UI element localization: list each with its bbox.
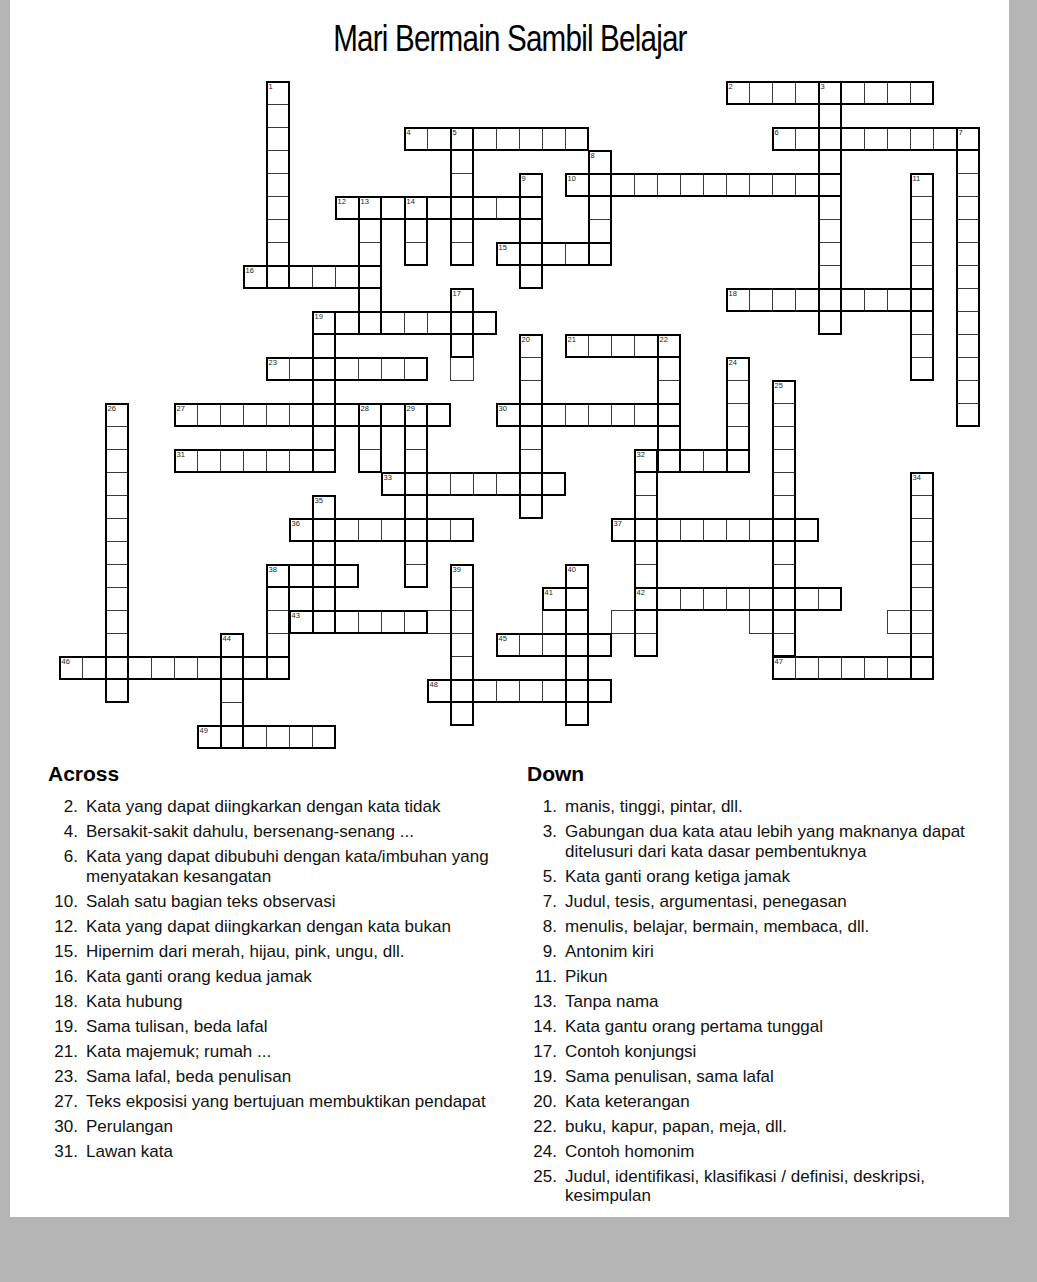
cell-r19c27[interactable] bbox=[680, 518, 704, 542]
cell-r12c13[interactable] bbox=[358, 357, 382, 381]
cell-r23c9[interactable] bbox=[266, 610, 290, 634]
cell-r10c33[interactable] bbox=[818, 311, 842, 335]
cell-r9c37[interactable] bbox=[910, 288, 934, 312]
cell-r2c39[interactable] bbox=[956, 127, 980, 151]
cell-r4c37[interactable] bbox=[910, 173, 934, 197]
cell-r11c22[interactable] bbox=[565, 334, 589, 358]
cell-r20c37[interactable] bbox=[910, 541, 934, 565]
cell-r14c23[interactable] bbox=[588, 403, 612, 427]
cell-r14c22[interactable] bbox=[565, 403, 589, 427]
cell-r18c15[interactable] bbox=[404, 495, 428, 519]
cell-r4c30[interactable] bbox=[749, 173, 773, 197]
cell-r2c22[interactable] bbox=[565, 127, 589, 151]
cell-r5c17[interactable] bbox=[450, 196, 474, 220]
cell-r14c12[interactable] bbox=[335, 403, 359, 427]
cell-r19c26[interactable] bbox=[657, 518, 681, 542]
cell-r9c13[interactable] bbox=[358, 288, 382, 312]
cell-r0c36[interactable] bbox=[887, 81, 911, 105]
cell-r15c2[interactable] bbox=[105, 426, 129, 450]
cell-r8c13[interactable] bbox=[358, 265, 382, 289]
cell-r25c31[interactable] bbox=[772, 656, 796, 680]
cell-r3c17[interactable] bbox=[450, 150, 474, 174]
cell-r19c29[interactable] bbox=[726, 518, 750, 542]
cell-r18c20[interactable] bbox=[519, 495, 543, 519]
cell-r25c2[interactable] bbox=[105, 656, 129, 680]
cell-r16c15[interactable] bbox=[404, 449, 428, 473]
cell-r24c2[interactable] bbox=[105, 633, 129, 657]
cell-r16c13[interactable] bbox=[358, 449, 382, 473]
cell-r15c20[interactable] bbox=[519, 426, 543, 450]
cell-r14c11[interactable] bbox=[312, 403, 336, 427]
cell-r10c37[interactable] bbox=[910, 311, 934, 335]
cell-r14c25[interactable] bbox=[634, 403, 658, 427]
cell-r3c9[interactable] bbox=[266, 150, 290, 174]
cell-r11c26[interactable] bbox=[657, 334, 681, 358]
cell-r2c31[interactable] bbox=[772, 127, 796, 151]
cell-r6c17[interactable] bbox=[450, 219, 474, 243]
cell-r3c39[interactable] bbox=[956, 150, 980, 174]
cell-r15c13[interactable] bbox=[358, 426, 382, 450]
cell-r12c11[interactable] bbox=[312, 357, 336, 381]
cell-r10c12[interactable] bbox=[335, 311, 359, 335]
cell-r12c9[interactable] bbox=[266, 357, 290, 381]
cell-r22c2[interactable] bbox=[105, 587, 129, 611]
cell-r5c13[interactable] bbox=[358, 196, 382, 220]
cell-r2c34[interactable] bbox=[841, 127, 865, 151]
cell-r17c14[interactable] bbox=[381, 472, 405, 496]
cell-r5c23[interactable] bbox=[588, 196, 612, 220]
cell-r25c34[interactable] bbox=[841, 656, 865, 680]
cell-r18c25[interactable] bbox=[634, 495, 658, 519]
cell-r4c27[interactable] bbox=[680, 173, 704, 197]
cell-r5c19[interactable] bbox=[496, 196, 520, 220]
cell-r21c22[interactable] bbox=[565, 564, 589, 588]
cell-r17c15[interactable] bbox=[404, 472, 428, 496]
cell-r16c28[interactable] bbox=[703, 449, 727, 473]
cell-r14c9[interactable] bbox=[266, 403, 290, 427]
cell-r17c25[interactable] bbox=[634, 472, 658, 496]
cell-r14c6[interactable] bbox=[197, 403, 221, 427]
cell-r14c5[interactable] bbox=[174, 403, 198, 427]
cell-r0c32[interactable] bbox=[795, 81, 819, 105]
cell-r4c17[interactable] bbox=[450, 173, 474, 197]
cell-r4c9[interactable] bbox=[266, 173, 290, 197]
cell-r13c31[interactable] bbox=[772, 380, 796, 404]
cell-r23c30[interactable] bbox=[749, 610, 773, 634]
cell-r25c33[interactable] bbox=[818, 656, 842, 680]
cell-r9c32[interactable] bbox=[795, 288, 819, 312]
cell-r5c20[interactable] bbox=[519, 196, 543, 220]
cell-r7c17[interactable] bbox=[450, 242, 474, 266]
cell-r0c30[interactable] bbox=[749, 81, 773, 105]
cell-r14c16[interactable] bbox=[427, 403, 451, 427]
cell-r25c8[interactable] bbox=[243, 656, 267, 680]
cell-r6c33[interactable] bbox=[818, 219, 842, 243]
cell-r23c36[interactable] bbox=[887, 610, 911, 634]
cell-r17c17[interactable] bbox=[450, 472, 474, 496]
cell-r17c20[interactable] bbox=[519, 472, 543, 496]
cell-r20c11[interactable] bbox=[312, 541, 336, 565]
cell-r19c10[interactable] bbox=[289, 518, 313, 542]
cell-r0c37[interactable] bbox=[910, 81, 934, 105]
cell-r14c13[interactable] bbox=[358, 403, 382, 427]
cell-r4c22[interactable] bbox=[565, 173, 589, 197]
cell-r21c31[interactable] bbox=[772, 564, 796, 588]
cell-r4c25[interactable] bbox=[634, 173, 658, 197]
cell-r9c35[interactable] bbox=[864, 288, 888, 312]
cell-r9c33[interactable] bbox=[818, 288, 842, 312]
cell-r5c39[interactable] bbox=[956, 196, 980, 220]
cell-r7c33[interactable] bbox=[818, 242, 842, 266]
cell-r17c18[interactable] bbox=[473, 472, 497, 496]
cell-r21c11[interactable] bbox=[312, 564, 336, 588]
cell-r24c25[interactable] bbox=[634, 633, 658, 657]
cell-r28c9[interactable] bbox=[266, 725, 290, 749]
cell-r15c26[interactable] bbox=[657, 426, 681, 450]
cell-r11c17[interactable] bbox=[450, 334, 474, 358]
cell-r9c29[interactable] bbox=[726, 288, 750, 312]
cell-r12c15[interactable] bbox=[404, 357, 428, 381]
cell-r7c37[interactable] bbox=[910, 242, 934, 266]
cell-r16c27[interactable] bbox=[680, 449, 704, 473]
cell-r4c24[interactable] bbox=[611, 173, 635, 197]
cell-r25c6[interactable] bbox=[197, 656, 221, 680]
cell-r19c12[interactable] bbox=[335, 518, 359, 542]
cell-r8c10[interactable] bbox=[289, 265, 313, 289]
cell-r14c8[interactable] bbox=[243, 403, 267, 427]
cell-r3c23[interactable] bbox=[588, 150, 612, 174]
cell-r17c16[interactable] bbox=[427, 472, 451, 496]
cell-r24c21[interactable] bbox=[542, 633, 566, 657]
cell-r15c29[interactable] bbox=[726, 426, 750, 450]
cell-r16c6[interactable] bbox=[197, 449, 221, 473]
cell-r25c36[interactable] bbox=[887, 656, 911, 680]
cell-r16c7[interactable] bbox=[220, 449, 244, 473]
cell-r7c20[interactable] bbox=[519, 242, 543, 266]
cell-r17c31[interactable] bbox=[772, 472, 796, 496]
cell-r23c10[interactable] bbox=[289, 610, 313, 634]
cell-r4c39[interactable] bbox=[956, 173, 980, 197]
cell-r17c19[interactable] bbox=[496, 472, 520, 496]
cell-r26c21[interactable] bbox=[542, 679, 566, 703]
cell-r22c27[interactable] bbox=[680, 587, 704, 611]
cell-r15c11[interactable] bbox=[312, 426, 336, 450]
cell-r11c25[interactable] bbox=[634, 334, 658, 358]
cell-r25c5[interactable] bbox=[174, 656, 198, 680]
cell-r26c2[interactable] bbox=[105, 679, 129, 703]
cell-r25c0[interactable] bbox=[59, 656, 83, 680]
cell-r4c28[interactable] bbox=[703, 173, 727, 197]
cell-r8c33[interactable] bbox=[818, 265, 842, 289]
cell-r28c8[interactable] bbox=[243, 725, 267, 749]
cell-r2c18[interactable] bbox=[473, 127, 497, 151]
cell-r16c5[interactable] bbox=[174, 449, 198, 473]
cell-r17c37[interactable] bbox=[910, 472, 934, 496]
cell-r26c20[interactable] bbox=[519, 679, 543, 703]
cell-r22c31[interactable] bbox=[772, 587, 796, 611]
cell-r28c10[interactable] bbox=[289, 725, 313, 749]
cell-r24c17[interactable] bbox=[450, 633, 474, 657]
cell-r20c25[interactable] bbox=[634, 541, 658, 565]
cell-r21c15[interactable] bbox=[404, 564, 428, 588]
cell-r0c29[interactable] bbox=[726, 81, 750, 105]
cell-r8c8[interactable] bbox=[243, 265, 267, 289]
cell-r12c26[interactable] bbox=[657, 357, 681, 381]
cell-r22c28[interactable] bbox=[703, 587, 727, 611]
cell-r13c11[interactable] bbox=[312, 380, 336, 404]
cell-r0c31[interactable] bbox=[772, 81, 796, 105]
cell-r25c3[interactable] bbox=[128, 656, 152, 680]
cell-r2c38[interactable] bbox=[933, 127, 957, 151]
cell-r10c16[interactable] bbox=[427, 311, 451, 335]
cell-r22c9[interactable] bbox=[266, 587, 290, 611]
cell-r25c9[interactable] bbox=[266, 656, 290, 680]
cell-r28c11[interactable] bbox=[312, 725, 336, 749]
cell-r10c18[interactable] bbox=[473, 311, 497, 335]
cell-r11c24[interactable] bbox=[611, 334, 635, 358]
cell-r5c15[interactable] bbox=[404, 196, 428, 220]
cell-r13c26[interactable] bbox=[657, 380, 681, 404]
cell-r16c8[interactable] bbox=[243, 449, 267, 473]
cell-r0c34[interactable] bbox=[841, 81, 865, 105]
cell-r9c39[interactable] bbox=[956, 288, 980, 312]
cell-r18c37[interactable] bbox=[910, 495, 934, 519]
cell-r22c32[interactable] bbox=[795, 587, 819, 611]
cell-r4c23[interactable] bbox=[588, 173, 612, 197]
cell-r21c12[interactable] bbox=[335, 564, 359, 588]
cell-r7c15[interactable] bbox=[404, 242, 428, 266]
cell-r19c17[interactable] bbox=[450, 518, 474, 542]
cell-r24c7[interactable] bbox=[220, 633, 244, 657]
cell-r2c36[interactable] bbox=[887, 127, 911, 151]
cell-r6c23[interactable] bbox=[588, 219, 612, 243]
cell-r25c17[interactable] bbox=[450, 656, 474, 680]
cell-r28c6[interactable] bbox=[197, 725, 221, 749]
cell-r21c25[interactable] bbox=[634, 564, 658, 588]
cell-r14c7[interactable] bbox=[220, 403, 244, 427]
cell-r22c22[interactable] bbox=[565, 587, 589, 611]
cell-r6c20[interactable] bbox=[519, 219, 543, 243]
cell-r26c19[interactable] bbox=[496, 679, 520, 703]
cell-r25c35[interactable] bbox=[864, 656, 888, 680]
cell-r9c36[interactable] bbox=[887, 288, 911, 312]
cell-r5c18[interactable] bbox=[473, 196, 497, 220]
cell-r14c29[interactable] bbox=[726, 403, 750, 427]
cell-r11c11[interactable] bbox=[312, 334, 336, 358]
cell-r8c12[interactable] bbox=[335, 265, 359, 289]
cell-r25c22[interactable] bbox=[565, 656, 589, 680]
cell-r4c26[interactable] bbox=[657, 173, 681, 197]
cell-r4c32[interactable] bbox=[795, 173, 819, 197]
cell-r18c2[interactable] bbox=[105, 495, 129, 519]
cell-r20c31[interactable] bbox=[772, 541, 796, 565]
cell-r8c20[interactable] bbox=[519, 265, 543, 289]
cell-r7c21[interactable] bbox=[542, 242, 566, 266]
cell-r14c19[interactable] bbox=[496, 403, 520, 427]
cell-r28c7[interactable] bbox=[220, 725, 244, 749]
cell-r8c37[interactable] bbox=[910, 265, 934, 289]
cell-r2c9[interactable] bbox=[266, 127, 290, 151]
cell-r2c21[interactable] bbox=[542, 127, 566, 151]
cell-r19c25[interactable] bbox=[634, 518, 658, 542]
cell-r23c11[interactable] bbox=[312, 610, 336, 634]
cell-r0c35[interactable] bbox=[864, 81, 888, 105]
cell-r19c37[interactable] bbox=[910, 518, 934, 542]
cell-r24c23[interactable] bbox=[588, 633, 612, 657]
cell-r14c14[interactable] bbox=[381, 403, 405, 427]
cell-r12c29[interactable] bbox=[726, 357, 750, 381]
cell-r26c17[interactable] bbox=[450, 679, 474, 703]
cell-r25c32[interactable] bbox=[795, 656, 819, 680]
cell-r8c11[interactable] bbox=[312, 265, 336, 289]
cell-r16c10[interactable] bbox=[289, 449, 313, 473]
cell-r10c14[interactable] bbox=[381, 311, 405, 335]
cell-r22c17[interactable] bbox=[450, 587, 474, 611]
cell-r16c25[interactable] bbox=[634, 449, 658, 473]
cell-r27c22[interactable] bbox=[565, 702, 589, 726]
cell-r4c29[interactable] bbox=[726, 173, 750, 197]
cell-r10c17[interactable] bbox=[450, 311, 474, 335]
cell-r25c4[interactable] bbox=[151, 656, 175, 680]
cell-r20c2[interactable] bbox=[105, 541, 129, 565]
cell-r19c28[interactable] bbox=[703, 518, 727, 542]
cell-r9c34[interactable] bbox=[841, 288, 865, 312]
cell-r14c21[interactable] bbox=[542, 403, 566, 427]
cell-r9c30[interactable] bbox=[749, 288, 773, 312]
cell-r6c13[interactable] bbox=[358, 219, 382, 243]
cell-r14c24[interactable] bbox=[611, 403, 635, 427]
cell-r27c7[interactable] bbox=[220, 702, 244, 726]
cell-r22c21[interactable] bbox=[542, 587, 566, 611]
cell-r7c23[interactable] bbox=[588, 242, 612, 266]
cell-r13c20[interactable] bbox=[519, 380, 543, 404]
cell-r15c31[interactable] bbox=[772, 426, 796, 450]
cell-r5c14[interactable] bbox=[381, 196, 405, 220]
cell-r14c26[interactable] bbox=[657, 403, 681, 427]
cell-r10c13[interactable] bbox=[358, 311, 382, 335]
cell-r26c18[interactable] bbox=[473, 679, 497, 703]
cell-r19c24[interactable] bbox=[611, 518, 635, 542]
cell-r2c20[interactable] bbox=[519, 127, 543, 151]
cell-r21c2[interactable] bbox=[105, 564, 129, 588]
cell-r12c14[interactable] bbox=[381, 357, 405, 381]
cell-r16c9[interactable] bbox=[266, 449, 290, 473]
cell-r10c11[interactable] bbox=[312, 311, 336, 335]
cell-r8c9[interactable] bbox=[266, 265, 290, 289]
cell-r14c20[interactable] bbox=[519, 403, 543, 427]
cell-r2c15[interactable] bbox=[404, 127, 428, 151]
cell-r6c9[interactable] bbox=[266, 219, 290, 243]
cell-r24c19[interactable] bbox=[496, 633, 520, 657]
cell-r10c39[interactable] bbox=[956, 311, 980, 335]
cell-r26c23[interactable] bbox=[588, 679, 612, 703]
cell-r12c10[interactable] bbox=[289, 357, 313, 381]
cell-r19c11[interactable] bbox=[312, 518, 336, 542]
cell-r21c9[interactable] bbox=[266, 564, 290, 588]
cell-r9c17[interactable] bbox=[450, 288, 474, 312]
cell-r24c37[interactable] bbox=[910, 633, 934, 657]
cell-r19c2[interactable] bbox=[105, 518, 129, 542]
cell-r12c39[interactable] bbox=[956, 357, 980, 381]
cell-r22c29[interactable] bbox=[726, 587, 750, 611]
cell-r2c16[interactable] bbox=[427, 127, 451, 151]
cell-r26c16[interactable] bbox=[427, 679, 451, 703]
cell-r5c16[interactable] bbox=[427, 196, 451, 220]
cell-r0c33[interactable] bbox=[818, 81, 842, 105]
cell-r14c2[interactable] bbox=[105, 403, 129, 427]
cell-r12c12[interactable] bbox=[335, 357, 359, 381]
cell-r19c13[interactable] bbox=[358, 518, 382, 542]
cell-r6c39[interactable] bbox=[956, 219, 980, 243]
cell-r25c37[interactable] bbox=[910, 656, 934, 680]
cell-r12c20[interactable] bbox=[519, 357, 543, 381]
cell-r18c11[interactable] bbox=[312, 495, 336, 519]
cell-r7c13[interactable] bbox=[358, 242, 382, 266]
cell-r19c16[interactable] bbox=[427, 518, 451, 542]
cell-r5c37[interactable] bbox=[910, 196, 934, 220]
cell-r2c33[interactable] bbox=[818, 127, 842, 151]
cell-r23c12[interactable] bbox=[335, 610, 359, 634]
cell-r27c17[interactable] bbox=[450, 702, 474, 726]
cell-r24c22[interactable] bbox=[565, 633, 589, 657]
cell-r23c14[interactable] bbox=[381, 610, 405, 634]
cell-r22c33[interactable] bbox=[818, 587, 842, 611]
cell-r2c35[interactable] bbox=[864, 127, 888, 151]
cell-r5c12[interactable] bbox=[335, 196, 359, 220]
cell-r26c22[interactable] bbox=[565, 679, 589, 703]
cell-r6c37[interactable] bbox=[910, 219, 934, 243]
cell-r19c32[interactable] bbox=[795, 518, 819, 542]
cell-r17c21[interactable] bbox=[542, 472, 566, 496]
cell-r13c29[interactable] bbox=[726, 380, 750, 404]
cell-r2c19[interactable] bbox=[496, 127, 520, 151]
cell-r1c33[interactable] bbox=[818, 104, 842, 128]
cell-r14c31[interactable] bbox=[772, 403, 796, 427]
cell-r23c21[interactable] bbox=[542, 610, 566, 634]
cell-r19c14[interactable] bbox=[381, 518, 405, 542]
cell-r7c19[interactable] bbox=[496, 242, 520, 266]
cell-r12c37[interactable] bbox=[910, 357, 934, 381]
cell-r11c23[interactable] bbox=[588, 334, 612, 358]
cell-r22c30[interactable] bbox=[749, 587, 773, 611]
cell-r5c9[interactable] bbox=[266, 196, 290, 220]
cell-r19c31[interactable] bbox=[772, 518, 796, 542]
cell-r14c10[interactable] bbox=[289, 403, 313, 427]
cell-r23c16[interactable] bbox=[427, 610, 451, 634]
cell-r23c13[interactable] bbox=[358, 610, 382, 634]
cell-r20c15[interactable] bbox=[404, 541, 428, 565]
cell-r5c33[interactable] bbox=[818, 196, 842, 220]
cell-r2c32[interactable] bbox=[795, 127, 819, 151]
cell-r11c37[interactable] bbox=[910, 334, 934, 358]
cell-r14c39[interactable] bbox=[956, 403, 980, 427]
cell-r4c33[interactable] bbox=[818, 173, 842, 197]
cell-r24c31[interactable] bbox=[772, 633, 796, 657]
cell-r15c15[interactable] bbox=[404, 426, 428, 450]
cell-r7c39[interactable] bbox=[956, 242, 980, 266]
cell-r24c9[interactable] bbox=[266, 633, 290, 657]
cell-r7c9[interactable] bbox=[266, 242, 290, 266]
cell-r25c7[interactable] bbox=[220, 656, 244, 680]
cell-r26c7[interactable] bbox=[220, 679, 244, 703]
cell-r16c20[interactable] bbox=[519, 449, 543, 473]
cell-r3c33[interactable] bbox=[818, 150, 842, 174]
cell-r10c15[interactable] bbox=[404, 311, 428, 335]
cell-r7c22[interactable] bbox=[565, 242, 589, 266]
cell-r22c25[interactable] bbox=[634, 587, 658, 611]
cell-r21c10[interactable] bbox=[289, 564, 313, 588]
cell-r23c2[interactable] bbox=[105, 610, 129, 634]
